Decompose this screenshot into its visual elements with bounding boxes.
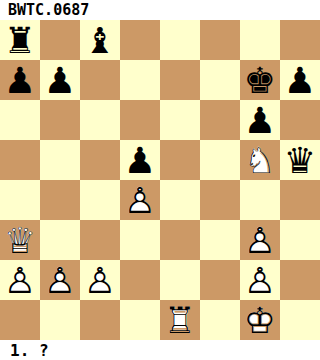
square-a1[interactable] [0, 300, 40, 340]
piece-white-rook-outline: ♖ [160, 300, 200, 340]
piece-white-pawn-outline: ♙ [240, 260, 280, 300]
square-h4[interactable] [280, 180, 320, 220]
piece-black-bishop: ♝ [80, 20, 120, 60]
square-g1[interactable]: ♚♔ [240, 300, 280, 340]
piece-white-king-outline: ♔ [240, 300, 280, 340]
square-c3[interactable] [80, 220, 120, 260]
square-a6[interactable] [0, 100, 40, 140]
square-d5[interactable]: ♟ [120, 140, 160, 180]
piece-white-king: ♚ [240, 300, 280, 340]
square-a5[interactable] [0, 140, 40, 180]
piece-black-queen: ♛ [280, 140, 320, 180]
square-c5[interactable] [80, 140, 120, 180]
square-f5[interactable] [200, 140, 240, 180]
square-d8[interactable] [120, 20, 160, 60]
square-h5[interactable]: ♛ [280, 140, 320, 180]
square-h8[interactable] [280, 20, 320, 60]
piece-white-pawn: ♟ [240, 220, 280, 260]
square-a8[interactable]: ♜ [0, 20, 40, 60]
square-h2[interactable] [280, 260, 320, 300]
square-b6[interactable] [40, 100, 80, 140]
piece-white-pawn-outline: ♙ [0, 260, 40, 300]
square-b7[interactable]: ♟ [40, 60, 80, 100]
square-d7[interactable] [120, 60, 160, 100]
piece-black-pawn: ♟ [240, 100, 280, 140]
square-b5[interactable] [40, 140, 80, 180]
square-d6[interactable] [120, 100, 160, 140]
square-c1[interactable] [80, 300, 120, 340]
square-d3[interactable] [120, 220, 160, 260]
piece-white-pawn: ♟ [240, 260, 280, 300]
title-bar: BWTC.0687 [0, 0, 320, 20]
piece-white-pawn-outline: ♙ [240, 220, 280, 260]
piece-white-pawn: ♟ [120, 180, 160, 220]
square-e5[interactable] [160, 140, 200, 180]
piece-black-rook: ♜ [0, 20, 40, 60]
piece-black-pawn: ♟ [0, 60, 40, 100]
piece-white-queen: ♛ [0, 220, 40, 260]
piece-white-knight-outline: ♘ [240, 140, 280, 180]
square-f1[interactable] [200, 300, 240, 340]
square-h6[interactable] [280, 100, 320, 140]
piece-white-pawn-outline: ♙ [40, 260, 80, 300]
square-g2[interactable]: ♟♙ [240, 260, 280, 300]
piece-black-pawn: ♟ [40, 60, 80, 100]
square-f4[interactable] [200, 180, 240, 220]
piece-white-queen-outline: ♕ [0, 220, 40, 260]
square-a7[interactable]: ♟ [0, 60, 40, 100]
square-b8[interactable] [40, 20, 80, 60]
square-e4[interactable] [160, 180, 200, 220]
chess-board: ♜♝♟♟♚♟♟♟♞♘♛♟♙♛♕♟♙♟♙♟♙♟♙♟♙♜♖♚♔ [0, 20, 320, 340]
piece-black-king: ♚ [240, 60, 280, 100]
square-c8[interactable]: ♝ [80, 20, 120, 60]
square-e2[interactable] [160, 260, 200, 300]
square-a2[interactable]: ♟♙ [0, 260, 40, 300]
square-e6[interactable] [160, 100, 200, 140]
square-b1[interactable] [40, 300, 80, 340]
square-d4[interactable]: ♟♙ [120, 180, 160, 220]
piece-black-pawn: ♟ [280, 60, 320, 100]
square-a3[interactable]: ♛♕ [0, 220, 40, 260]
square-f2[interactable] [200, 260, 240, 300]
piece-black-pawn: ♟ [120, 140, 160, 180]
square-b3[interactable] [40, 220, 80, 260]
piece-white-pawn: ♟ [80, 260, 120, 300]
square-g3[interactable]: ♟♙ [240, 220, 280, 260]
piece-white-pawn-outline: ♙ [80, 260, 120, 300]
square-b4[interactable] [40, 180, 80, 220]
square-g4[interactable] [240, 180, 280, 220]
move-prompt: 1. ? [10, 341, 49, 360]
square-d1[interactable] [120, 300, 160, 340]
square-g5[interactable]: ♞♘ [240, 140, 280, 180]
square-g7[interactable]: ♚ [240, 60, 280, 100]
square-f6[interactable] [200, 100, 240, 140]
square-h1[interactable] [280, 300, 320, 340]
square-h3[interactable] [280, 220, 320, 260]
square-f7[interactable] [200, 60, 240, 100]
square-e7[interactable] [160, 60, 200, 100]
square-c4[interactable] [80, 180, 120, 220]
piece-white-pawn: ♟ [0, 260, 40, 300]
square-b2[interactable]: ♟♙ [40, 260, 80, 300]
square-e3[interactable] [160, 220, 200, 260]
square-g6[interactable]: ♟ [240, 100, 280, 140]
square-d2[interactable] [120, 260, 160, 300]
status-bar: 1. ? [0, 340, 320, 360]
square-f8[interactable] [200, 20, 240, 60]
piece-white-knight: ♞ [240, 140, 280, 180]
square-e8[interactable] [160, 20, 200, 60]
puzzle-title: BWTC.0687 [8, 1, 89, 19]
square-c6[interactable] [80, 100, 120, 140]
square-g8[interactable] [240, 20, 280, 60]
piece-white-rook: ♜ [160, 300, 200, 340]
square-h7[interactable]: ♟ [280, 60, 320, 100]
square-f3[interactable] [200, 220, 240, 260]
piece-white-pawn-outline: ♙ [120, 180, 160, 220]
square-a4[interactable] [0, 180, 40, 220]
square-c7[interactable] [80, 60, 120, 100]
square-c2[interactable]: ♟♙ [80, 260, 120, 300]
square-e1[interactable]: ♜♖ [160, 300, 200, 340]
piece-white-pawn: ♟ [40, 260, 80, 300]
